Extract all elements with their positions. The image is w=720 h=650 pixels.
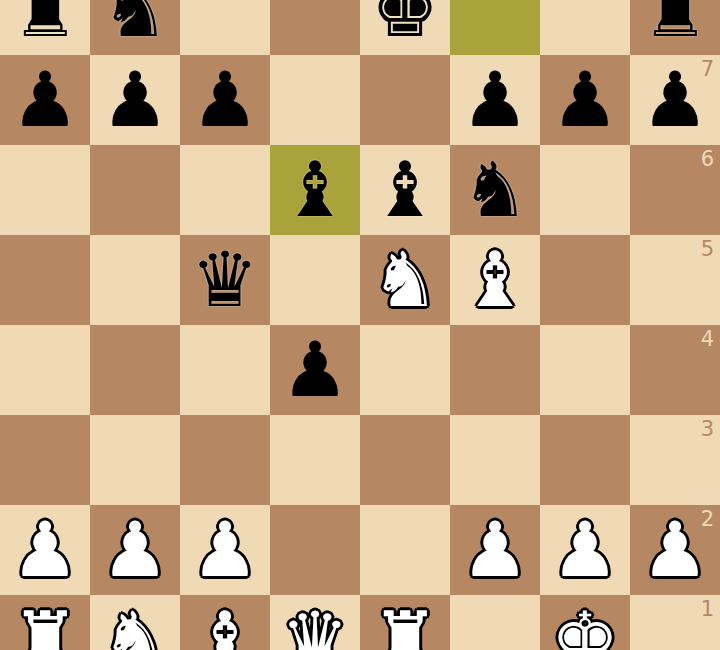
square-h2[interactable]: ♟2 xyxy=(630,505,720,595)
rank-label-3: 3 xyxy=(701,417,714,441)
square-g4[interactable] xyxy=(540,325,630,415)
square-e1[interactable]: ♜ xyxy=(360,595,450,650)
square-a5[interactable] xyxy=(0,235,90,325)
square-d4[interactable]: ♟ xyxy=(270,325,360,415)
square-f4[interactable] xyxy=(450,325,540,415)
square-e4[interactable] xyxy=(360,325,450,415)
piece-black-pawn[interactable]: ♟ xyxy=(270,325,360,415)
square-a2[interactable]: ♟ xyxy=(0,505,90,595)
piece-white-knight[interactable]: ♞ xyxy=(360,235,450,325)
piece-white-bishop[interactable]: ♝ xyxy=(180,595,270,650)
square-c3[interactable] xyxy=(180,415,270,505)
square-g2[interactable]: ♟ xyxy=(540,505,630,595)
square-h6[interactable]: 6 xyxy=(630,145,720,235)
square-b3[interactable] xyxy=(90,415,180,505)
piece-black-bishop[interactable]: ♝ xyxy=(360,145,450,235)
rank-label-5: 5 xyxy=(701,237,714,261)
square-a1[interactable]: ♜ xyxy=(0,595,90,650)
piece-white-pawn[interactable]: ♟ xyxy=(450,505,540,595)
piece-white-queen[interactable]: ♛ xyxy=(270,595,360,650)
square-f2[interactable]: ♟ xyxy=(450,505,540,595)
square-e6[interactable]: ♝ xyxy=(360,145,450,235)
piece-black-bishop[interactable]: ♝ xyxy=(270,145,360,235)
piece-black-rook[interactable]: ♜ xyxy=(0,0,90,55)
piece-white-pawn[interactable]: ♟ xyxy=(0,505,90,595)
square-b5[interactable] xyxy=(90,235,180,325)
square-h4[interactable]: 4 xyxy=(630,325,720,415)
square-g3[interactable] xyxy=(540,415,630,505)
chess-board: ♜♞♚♜8♟♟♟♟♟♟7♝♝♞6♛♞♝5♟43♟♟♟♟♟♟2♜♞♝♛♜♚1 xyxy=(0,0,720,650)
square-e7[interactable] xyxy=(360,55,450,145)
square-d2[interactable] xyxy=(270,505,360,595)
piece-black-king[interactable]: ♚ xyxy=(360,0,450,55)
square-f5[interactable]: ♝ xyxy=(450,235,540,325)
piece-black-rook[interactable]: ♜ xyxy=(630,0,720,55)
piece-black-queen[interactable]: ♛ xyxy=(180,235,270,325)
square-g7[interactable]: ♟ xyxy=(540,55,630,145)
piece-black-knight[interactable]: ♞ xyxy=(90,0,180,55)
square-g5[interactable] xyxy=(540,235,630,325)
square-c7[interactable]: ♟ xyxy=(180,55,270,145)
piece-white-rook[interactable]: ♜ xyxy=(360,595,450,650)
square-h8[interactable]: ♜8 xyxy=(630,0,720,55)
square-c5[interactable]: ♛ xyxy=(180,235,270,325)
square-d3[interactable] xyxy=(270,415,360,505)
piece-black-pawn[interactable]: ♟ xyxy=(0,55,90,145)
square-c1[interactable]: ♝ xyxy=(180,595,270,650)
piece-white-bishop[interactable]: ♝ xyxy=(450,235,540,325)
square-b4[interactable] xyxy=(90,325,180,415)
piece-black-pawn[interactable]: ♟ xyxy=(450,55,540,145)
square-b2[interactable]: ♟ xyxy=(90,505,180,595)
piece-black-pawn[interactable]: ♟ xyxy=(180,55,270,145)
square-f3[interactable] xyxy=(450,415,540,505)
square-f7[interactable]: ♟ xyxy=(450,55,540,145)
piece-black-pawn[interactable]: ♟ xyxy=(540,55,630,145)
piece-white-pawn[interactable]: ♟ xyxy=(180,505,270,595)
chess-board-viewport: ♜♞♚♜8♟♟♟♟♟♟7♝♝♞6♛♞♝5♟43♟♟♟♟♟♟2♜♞♝♛♜♚1 xyxy=(0,0,720,650)
piece-black-pawn[interactable]: ♟ xyxy=(630,55,720,145)
square-e5[interactable]: ♞ xyxy=(360,235,450,325)
square-b7[interactable]: ♟ xyxy=(90,55,180,145)
square-b6[interactable] xyxy=(90,145,180,235)
piece-white-king[interactable]: ♚ xyxy=(540,595,630,650)
rank-label-1: 1 xyxy=(701,597,714,621)
square-e8[interactable]: ♚ xyxy=(360,0,450,55)
square-h3[interactable]: 3 xyxy=(630,415,720,505)
square-d5[interactable] xyxy=(270,235,360,325)
square-d7[interactable] xyxy=(270,55,360,145)
square-a4[interactable] xyxy=(0,325,90,415)
square-d1[interactable]: ♛ xyxy=(270,595,360,650)
piece-white-pawn[interactable]: ♟ xyxy=(90,505,180,595)
square-h5[interactable]: 5 xyxy=(630,235,720,325)
square-g6[interactable] xyxy=(540,145,630,235)
square-h7[interactable]: ♟7 xyxy=(630,55,720,145)
square-c4[interactable] xyxy=(180,325,270,415)
square-d8[interactable] xyxy=(270,0,360,55)
square-a7[interactable]: ♟ xyxy=(0,55,90,145)
square-b1[interactable]: ♞ xyxy=(90,595,180,650)
rank-label-6: 6 xyxy=(701,147,714,171)
square-a3[interactable] xyxy=(0,415,90,505)
square-c6[interactable] xyxy=(180,145,270,235)
square-f1[interactable] xyxy=(450,595,540,650)
square-e2[interactable] xyxy=(360,505,450,595)
square-c2[interactable]: ♟ xyxy=(180,505,270,595)
square-b8[interactable]: ♞ xyxy=(90,0,180,55)
square-g8[interactable] xyxy=(540,0,630,55)
square-d6[interactable]: ♝ xyxy=(270,145,360,235)
square-h1[interactable]: 1 xyxy=(630,595,720,650)
square-g1[interactable]: ♚ xyxy=(540,595,630,650)
piece-white-knight[interactable]: ♞ xyxy=(90,595,180,650)
square-f8[interactable] xyxy=(450,0,540,55)
rank-label-4: 4 xyxy=(701,327,714,351)
piece-black-pawn[interactable]: ♟ xyxy=(90,55,180,145)
piece-white-pawn[interactable]: ♟ xyxy=(630,505,720,595)
square-e3[interactable] xyxy=(360,415,450,505)
square-a8[interactable]: ♜ xyxy=(0,0,90,55)
piece-white-rook[interactable]: ♜ xyxy=(0,595,90,650)
square-f6[interactable]: ♞ xyxy=(450,145,540,235)
square-a6[interactable] xyxy=(0,145,90,235)
piece-black-knight[interactable]: ♞ xyxy=(450,145,540,235)
piece-white-pawn[interactable]: ♟ xyxy=(540,505,630,595)
square-c8[interactable] xyxy=(180,0,270,55)
